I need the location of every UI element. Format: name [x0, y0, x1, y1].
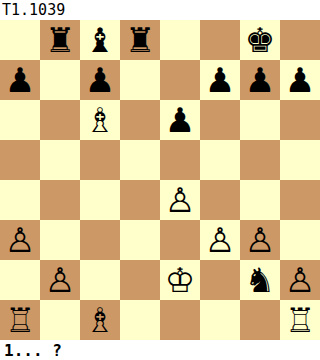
black-pawn-e6: ♟ — [165, 100, 195, 140]
white-rook-a1: ♖ — [5, 300, 35, 340]
white-bishop-c6: ♗ — [85, 100, 115, 140]
square-c2[interactable] — [80, 260, 120, 300]
square-c3[interactable] — [80, 220, 120, 260]
square-h8[interactable] — [280, 20, 320, 60]
square-a2[interactable] — [0, 260, 40, 300]
square-f2[interactable] — [200, 260, 240, 300]
puzzle-title: T1.1039 — [0, 0, 320, 20]
white-pawn-f3: ♙ — [205, 220, 235, 260]
square-g3[interactable]: ♙ — [240, 220, 280, 260]
square-d6[interactable] — [120, 100, 160, 140]
square-b3[interactable] — [40, 220, 80, 260]
square-d5[interactable] — [120, 140, 160, 180]
square-h7[interactable]: ♟ — [280, 60, 320, 100]
square-g6[interactable] — [240, 100, 280, 140]
square-c8[interactable]: ♝ — [80, 20, 120, 60]
white-pawn-a3: ♙ — [5, 220, 35, 260]
square-g2[interactable]: ♞ — [240, 260, 280, 300]
square-f7[interactable]: ♟ — [200, 60, 240, 100]
square-d2[interactable] — [120, 260, 160, 300]
square-e8[interactable] — [160, 20, 200, 60]
square-f5[interactable] — [200, 140, 240, 180]
square-h2[interactable]: ♙ — [280, 260, 320, 300]
square-g8[interactable]: ♚ — [240, 20, 280, 60]
square-b8[interactable]: ♜ — [40, 20, 80, 60]
square-f6[interactable] — [200, 100, 240, 140]
square-f4[interactable] — [200, 180, 240, 220]
square-d7[interactable] — [120, 60, 160, 100]
chess-board: ♜♝♜♚♟♟♟♟♟♗♟♙♙♙♙♙♔♞♙♖♗♖ — [0, 20, 320, 340]
square-d1[interactable] — [120, 300, 160, 340]
black-rook-b8: ♜ — [45, 20, 75, 60]
square-f3[interactable]: ♙ — [200, 220, 240, 260]
square-b6[interactable] — [40, 100, 80, 140]
square-e5[interactable] — [160, 140, 200, 180]
square-c7[interactable]: ♟ — [80, 60, 120, 100]
square-f1[interactable] — [200, 300, 240, 340]
square-a6[interactable] — [0, 100, 40, 140]
white-pawn-e4: ♙ — [165, 180, 195, 220]
black-pawn-a7: ♟ — [5, 60, 35, 100]
square-h1[interactable]: ♖ — [280, 300, 320, 340]
white-rook-h1: ♖ — [285, 300, 315, 340]
square-g4[interactable] — [240, 180, 280, 220]
black-pawn-c7: ♟ — [85, 60, 115, 100]
square-e2[interactable]: ♔ — [160, 260, 200, 300]
white-pawn-h2: ♙ — [285, 260, 315, 300]
square-h4[interactable] — [280, 180, 320, 220]
black-pawn-h7: ♟ — [285, 60, 315, 100]
white-pawn-g3: ♙ — [245, 220, 275, 260]
white-bishop-c1: ♗ — [85, 300, 115, 340]
black-knight-g2: ♞ — [245, 260, 275, 300]
square-b2[interactable]: ♙ — [40, 260, 80, 300]
square-e7[interactable] — [160, 60, 200, 100]
white-pawn-b2: ♙ — [45, 260, 75, 300]
square-f8[interactable] — [200, 20, 240, 60]
square-b7[interactable] — [40, 60, 80, 100]
square-e4[interactable]: ♙ — [160, 180, 200, 220]
white-king-e2: ♔ — [165, 260, 195, 300]
square-h6[interactable] — [280, 100, 320, 140]
black-pawn-f7: ♟ — [205, 60, 235, 100]
square-h5[interactable] — [280, 140, 320, 180]
move-prompt: 1... ? — [0, 340, 320, 360]
black-king-g8: ♚ — [245, 20, 275, 60]
square-g5[interactable] — [240, 140, 280, 180]
square-a7[interactable]: ♟ — [0, 60, 40, 100]
square-a5[interactable] — [0, 140, 40, 180]
black-pawn-g7: ♟ — [245, 60, 275, 100]
square-g7[interactable]: ♟ — [240, 60, 280, 100]
square-a4[interactable] — [0, 180, 40, 220]
square-c6[interactable]: ♗ — [80, 100, 120, 140]
black-bishop-c8: ♝ — [85, 20, 115, 60]
square-h3[interactable] — [280, 220, 320, 260]
square-e6[interactable]: ♟ — [160, 100, 200, 140]
square-c1[interactable]: ♗ — [80, 300, 120, 340]
square-e1[interactable] — [160, 300, 200, 340]
square-d3[interactable] — [120, 220, 160, 260]
square-c5[interactable] — [80, 140, 120, 180]
black-rook-d8: ♜ — [125, 20, 155, 60]
square-g1[interactable] — [240, 300, 280, 340]
square-d8[interactable]: ♜ — [120, 20, 160, 60]
square-a1[interactable]: ♖ — [0, 300, 40, 340]
square-d4[interactable] — [120, 180, 160, 220]
square-a3[interactable]: ♙ — [0, 220, 40, 260]
square-c4[interactable] — [80, 180, 120, 220]
square-e3[interactable] — [160, 220, 200, 260]
square-a8[interactable] — [0, 20, 40, 60]
square-b1[interactable] — [40, 300, 80, 340]
square-b5[interactable] — [40, 140, 80, 180]
square-b4[interactable] — [40, 180, 80, 220]
